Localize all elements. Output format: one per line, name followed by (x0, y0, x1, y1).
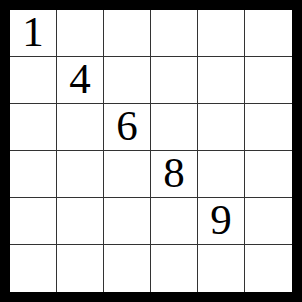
cell-r2c5[interactable] (245, 104, 292, 151)
cell-r3c5[interactable] (245, 151, 292, 198)
given-digit: 6 (116, 104, 138, 147)
cell-r5c2[interactable] (104, 245, 151, 292)
cell-r1c3[interactable] (151, 57, 198, 104)
cell-r4c2[interactable] (104, 198, 151, 245)
given-digit: 9 (210, 198, 232, 241)
cell-r1c5[interactable] (245, 57, 292, 104)
cell-r2c0[interactable] (10, 104, 57, 151)
cell-r3c4[interactable] (198, 151, 245, 198)
cell-r5c3[interactable] (151, 245, 198, 292)
cell-r4c1[interactable] (57, 198, 104, 245)
cell-r2c1[interactable] (57, 104, 104, 151)
cell-r3c0[interactable] (10, 151, 57, 198)
given-digit: 1 (22, 10, 44, 53)
cell-r5c1[interactable] (57, 245, 104, 292)
cell-r4c0[interactable] (10, 198, 57, 245)
cell-r0c5[interactable] (245, 10, 292, 57)
cell-r5c0[interactable] (10, 245, 57, 292)
cell-r2c2: 6 (104, 104, 151, 151)
cell-r0c1[interactable] (57, 10, 104, 57)
cell-r4c4: 9 (198, 198, 245, 245)
puzzle-board: 14689 (0, 0, 302, 302)
cell-r4c3[interactable] (151, 198, 198, 245)
cell-r1c1: 4 (57, 57, 104, 104)
cell-r3c2[interactable] (104, 151, 151, 198)
cell-r0c2[interactable] (104, 10, 151, 57)
cell-r2c3[interactable] (151, 104, 198, 151)
cell-r3c3: 8 (151, 151, 198, 198)
given-digit: 4 (69, 57, 91, 100)
cell-r1c0[interactable] (10, 57, 57, 104)
cell-r0c4[interactable] (198, 10, 245, 57)
cell-r1c4[interactable] (198, 57, 245, 104)
cell-r0c0: 1 (10, 10, 57, 57)
puzzle-grid: 14689 (10, 10, 292, 292)
cell-r2c4[interactable] (198, 104, 245, 151)
given-digit: 8 (163, 151, 185, 194)
cell-r4c5[interactable] (245, 198, 292, 245)
cell-r0c3[interactable] (151, 10, 198, 57)
cell-r5c5[interactable] (245, 245, 292, 292)
cell-r5c4[interactable] (198, 245, 245, 292)
cell-r3c1[interactable] (57, 151, 104, 198)
cell-r1c2[interactable] (104, 57, 151, 104)
